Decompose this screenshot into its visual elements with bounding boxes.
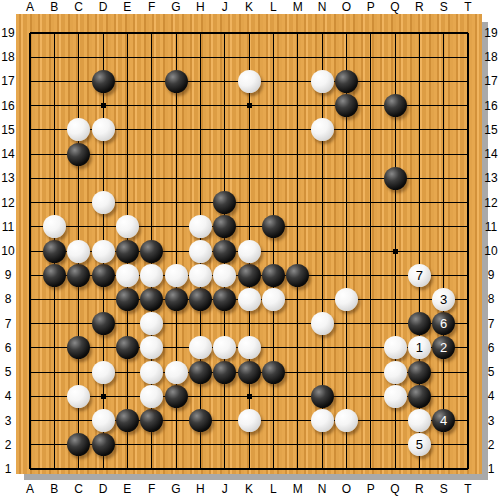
col-label-top-J: J	[222, 1, 228, 13]
col-label-bottom-M: M	[293, 483, 303, 495]
stone-black-F8	[140, 288, 163, 311]
col-label-bottom-H: H	[196, 483, 205, 495]
row-label-right-13: 13	[484, 172, 497, 184]
stone-black-Q13	[384, 167, 407, 190]
stone-white-F4	[140, 385, 163, 408]
col-label-bottom-N: N	[318, 483, 327, 495]
row-label-right-5: 5	[488, 366, 495, 378]
col-label-top-L: L	[270, 1, 277, 13]
stone-white-S8: 3	[432, 288, 455, 311]
stone-white-K8	[238, 288, 261, 311]
stone-white-K17	[238, 70, 261, 93]
col-label-top-H: H	[196, 1, 205, 13]
move-number-label: 2	[432, 336, 455, 359]
col-label-top-C: C	[74, 1, 83, 13]
col-label-bottom-B: B	[50, 483, 58, 495]
stone-black-M9	[286, 264, 309, 287]
row-label-left-12: 12	[1, 197, 14, 209]
row-label-left-13: 13	[1, 172, 14, 184]
row-label-left-7: 7	[5, 318, 12, 330]
stone-white-L8	[262, 288, 285, 311]
stone-black-L5	[262, 361, 285, 384]
col-label-bottom-R: R	[415, 483, 424, 495]
col-label-bottom-Q: Q	[390, 483, 399, 495]
stone-black-G4	[165, 385, 188, 408]
stone-black-G17	[165, 70, 188, 93]
star-point-K16	[247, 103, 252, 108]
row-label-left-6: 6	[5, 342, 12, 354]
row-label-right-12: 12	[484, 197, 497, 209]
stone-black-D2	[92, 433, 115, 456]
row-label-right-19: 19	[484, 27, 497, 39]
stone-white-D3	[92, 409, 115, 432]
move-number-label: 1	[408, 336, 431, 359]
col-label-bottom-E: E	[123, 483, 131, 495]
stone-black-E3	[116, 409, 139, 432]
col-label-top-D: D	[99, 1, 108, 13]
row-label-left-18: 18	[1, 51, 14, 63]
col-label-bottom-A: A	[26, 483, 34, 495]
col-label-bottom-J: J	[222, 483, 228, 495]
stone-white-O8	[335, 288, 358, 311]
stone-black-B10	[43, 240, 66, 263]
stone-white-D10	[92, 240, 115, 263]
row-label-right-3: 3	[488, 415, 495, 427]
stone-white-K10	[238, 240, 261, 263]
col-label-bottom-S: S	[440, 483, 448, 495]
row-label-right-10: 10	[484, 245, 497, 257]
row-label-left-1: 1	[5, 463, 12, 475]
col-label-bottom-O: O	[342, 483, 351, 495]
stone-white-R2: 5	[408, 433, 431, 456]
stone-white-R6: 1	[408, 336, 431, 359]
stone-black-H8	[189, 288, 212, 311]
stone-black-S6: 2	[432, 336, 455, 359]
stone-white-R9: 7	[408, 264, 431, 287]
row-label-right-16: 16	[484, 100, 497, 112]
col-label-top-S: S	[440, 1, 448, 13]
row-label-right-18: 18	[484, 51, 497, 63]
stone-black-K5	[238, 361, 261, 384]
stone-white-B11	[43, 215, 66, 238]
col-label-top-E: E	[123, 1, 131, 13]
row-label-right-7: 7	[488, 318, 495, 330]
col-label-bottom-T: T	[464, 483, 471, 495]
stone-black-D7	[92, 312, 115, 335]
col-label-top-O: O	[342, 1, 351, 13]
stone-white-K3	[238, 409, 261, 432]
stone-black-R5	[408, 361, 431, 384]
col-label-top-Q: Q	[390, 1, 399, 13]
stone-white-D12	[92, 191, 115, 214]
stone-white-C10	[67, 240, 90, 263]
stone-white-K6	[238, 336, 261, 359]
row-label-right-14: 14	[484, 148, 497, 160]
stone-white-N17	[311, 70, 334, 93]
stone-white-Q4	[384, 385, 407, 408]
col-label-bottom-K: K	[245, 483, 253, 495]
stone-black-J5	[213, 361, 236, 384]
stone-black-L11	[262, 215, 285, 238]
row-label-left-8: 8	[5, 293, 12, 305]
stone-black-G8	[165, 288, 188, 311]
row-label-left-3: 3	[5, 415, 12, 427]
row-label-left-16: 16	[1, 100, 14, 112]
stone-black-H5	[189, 361, 212, 384]
stone-black-D9	[92, 264, 115, 287]
row-label-right-15: 15	[484, 124, 497, 136]
col-label-bottom-C: C	[74, 483, 83, 495]
row-label-right-1: 1	[488, 463, 495, 475]
stone-white-F9	[140, 264, 163, 287]
row-label-right-17: 17	[484, 75, 497, 87]
stone-white-D5	[92, 361, 115, 384]
row-label-left-2: 2	[5, 439, 12, 451]
stone-white-G9	[165, 264, 188, 287]
stone-white-E11	[116, 215, 139, 238]
go-diagram: AABBCCDDEEFFGGHHJJKKLLMMNNOOPPQQRRSSTT19…	[0, 0, 500, 500]
stone-black-R7	[408, 312, 431, 335]
star-point-K4	[247, 394, 252, 399]
col-label-top-N: N	[318, 1, 327, 13]
stone-black-S7: 6	[432, 312, 455, 335]
stone-black-F10	[140, 240, 163, 263]
stone-white-O3	[335, 409, 358, 432]
stone-white-D15	[92, 118, 115, 141]
row-label-right-6: 6	[488, 342, 495, 354]
row-label-right-4: 4	[488, 390, 495, 402]
row-label-left-9: 9	[5, 269, 12, 281]
row-label-left-14: 14	[1, 148, 14, 160]
stone-black-H3	[189, 409, 212, 432]
stone-black-L9	[262, 264, 285, 287]
stone-white-F5	[140, 361, 163, 384]
star-point-Q10	[393, 249, 398, 254]
stone-white-J9	[213, 264, 236, 287]
stone-black-E10	[116, 240, 139, 263]
col-label-bottom-G: G	[171, 483, 180, 495]
stone-black-O16	[335, 94, 358, 117]
row-label-left-19: 19	[1, 27, 14, 39]
col-label-top-A: A	[26, 1, 34, 13]
stone-black-D17	[92, 70, 115, 93]
stone-black-S3: 4	[432, 409, 455, 432]
col-label-top-K: K	[245, 1, 253, 13]
stone-black-R4	[408, 385, 431, 408]
stone-white-E9	[116, 264, 139, 287]
row-label-left-17: 17	[1, 75, 14, 87]
row-label-left-4: 4	[5, 390, 12, 402]
stone-white-H11	[189, 215, 212, 238]
star-point-D4	[101, 394, 106, 399]
stone-black-J8	[213, 288, 236, 311]
col-label-bottom-L: L	[270, 483, 277, 495]
stone-white-Q6	[384, 336, 407, 359]
stone-white-H10	[189, 240, 212, 263]
star-point-D16	[101, 103, 106, 108]
stone-black-O17	[335, 70, 358, 93]
row-label-right-8: 8	[488, 293, 495, 305]
stone-white-N15	[311, 118, 334, 141]
stone-white-Q5	[384, 361, 407, 384]
row-label-right-9: 9	[488, 269, 495, 281]
stone-black-Q16	[384, 94, 407, 117]
stone-black-B9	[43, 264, 66, 287]
col-label-bottom-D: D	[99, 483, 108, 495]
move-number-label: 7	[408, 264, 431, 287]
col-label-bottom-F: F	[148, 483, 155, 495]
stone-white-N7	[311, 312, 334, 335]
stone-white-R3	[408, 409, 431, 432]
col-label-bottom-P: P	[367, 483, 375, 495]
stone-black-N4	[311, 385, 334, 408]
stone-white-H9	[189, 264, 212, 287]
stone-black-K9	[238, 264, 261, 287]
col-label-top-M: M	[293, 1, 303, 13]
move-number-label: 3	[432, 288, 455, 311]
col-label-top-B: B	[50, 1, 58, 13]
move-number-label: 6	[432, 312, 455, 335]
col-label-top-R: R	[415, 1, 424, 13]
stone-black-C14	[67, 143, 90, 166]
row-label-left-15: 15	[1, 124, 14, 136]
stone-white-C4	[67, 385, 90, 408]
move-number-label: 5	[408, 433, 431, 456]
row-label-left-11: 11	[2, 221, 14, 233]
row-label-right-2: 2	[488, 439, 495, 451]
col-label-top-G: G	[171, 1, 180, 13]
col-label-top-T: T	[464, 1, 471, 13]
row-label-right-11: 11	[485, 221, 497, 233]
stone-white-G5	[165, 361, 188, 384]
stone-black-E8	[116, 288, 139, 311]
stone-white-N3	[311, 409, 334, 432]
stone-black-J10	[213, 240, 236, 263]
move-number-label: 4	[432, 409, 455, 432]
row-label-left-5: 5	[5, 366, 12, 378]
col-label-top-F: F	[148, 1, 155, 13]
col-label-top-P: P	[367, 1, 375, 13]
row-label-left-10: 10	[1, 245, 14, 257]
stone-black-C9	[67, 264, 90, 287]
